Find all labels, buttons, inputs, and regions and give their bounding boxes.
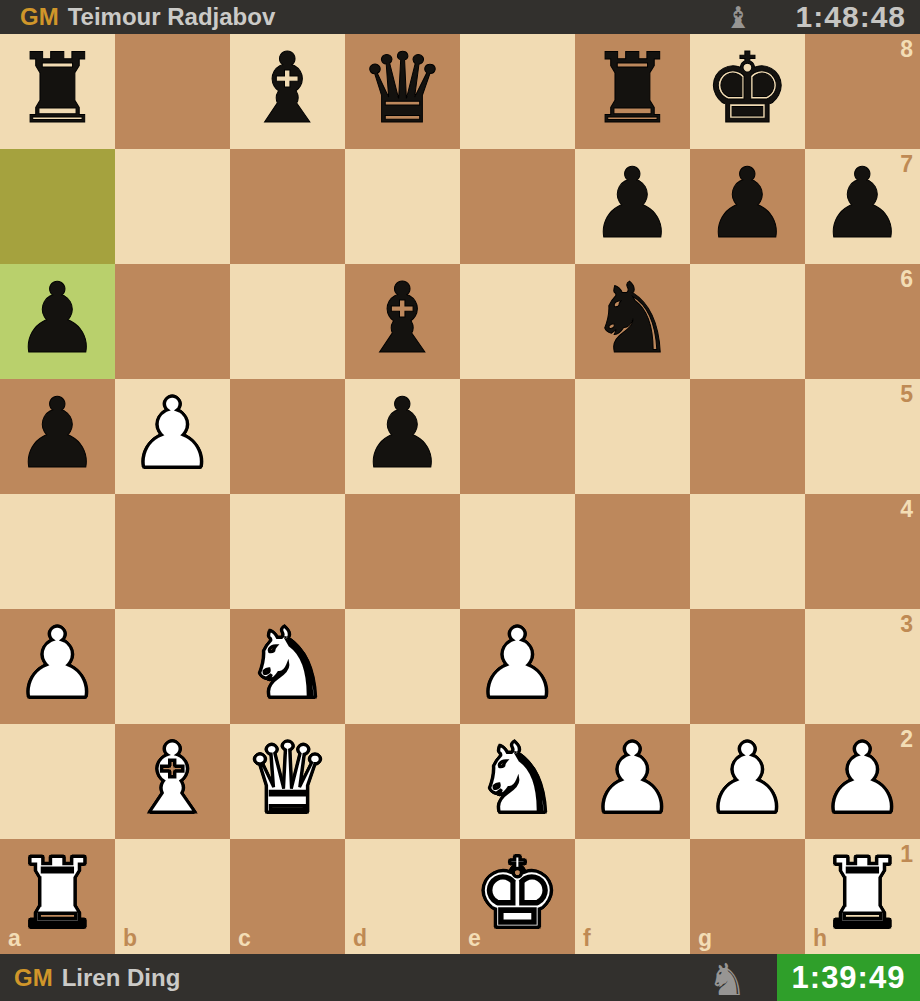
square-c3[interactable]: ♞	[230, 609, 345, 724]
square-d2[interactable]	[345, 724, 460, 839]
square-g2[interactable]: ♟	[690, 724, 805, 839]
square-c2[interactable]: ♛	[230, 724, 345, 839]
coord-rank-3: 3	[900, 613, 913, 636]
white-pawn[interactable]: ♟	[819, 730, 906, 827]
square-g5[interactable]	[690, 379, 805, 494]
player-clock: 1:39:49	[777, 954, 920, 1001]
square-f8[interactable]: ♜	[575, 34, 690, 149]
square-f7[interactable]: ♟	[575, 149, 690, 264]
white-queen[interactable]: ♛	[244, 730, 331, 827]
square-e5[interactable]	[460, 379, 575, 494]
white-pawn[interactable]: ♟	[704, 730, 791, 827]
gm-title-badge-bottom: GM	[14, 964, 53, 992]
square-g4[interactable]	[690, 494, 805, 609]
white-rook[interactable]: ♜	[819, 845, 906, 942]
square-f5[interactable]	[575, 379, 690, 494]
black-rook[interactable]: ♜	[14, 40, 101, 137]
square-h6[interactable]: 6	[805, 264, 920, 379]
coord-file-h: h	[813, 927, 827, 950]
square-b5[interactable]: ♟	[115, 379, 230, 494]
square-f2[interactable]: ♟	[575, 724, 690, 839]
square-a8[interactable]: ♜	[0, 34, 115, 149]
square-e4[interactable]	[460, 494, 575, 609]
black-pawn[interactable]: ♟	[14, 270, 101, 367]
square-e6[interactable]	[460, 264, 575, 379]
black-queen[interactable]: ♛	[359, 40, 446, 137]
black-bishop[interactable]: ♝	[359, 270, 446, 367]
white-pawn[interactable]: ♟	[129, 385, 216, 482]
coord-file-e: e	[468, 927, 481, 950]
square-f3[interactable]	[575, 609, 690, 724]
white-knight[interactable]: ♞	[244, 615, 331, 712]
black-rook[interactable]: ♜	[589, 40, 676, 137]
square-e3[interactable]: ♟	[460, 609, 575, 724]
white-pawn[interactable]: ♟	[589, 730, 676, 827]
square-b8[interactable]	[115, 34, 230, 149]
black-pawn[interactable]: ♟	[14, 385, 101, 482]
square-a4[interactable]	[0, 494, 115, 609]
square-d4[interactable]	[345, 494, 460, 609]
coord-rank-7: 7	[900, 153, 913, 176]
square-f6[interactable]: ♞	[575, 264, 690, 379]
coord-file-c: c	[238, 927, 251, 950]
white-rook[interactable]: ♜	[14, 845, 101, 942]
square-c5[interactable]	[230, 379, 345, 494]
square-b7[interactable]	[115, 149, 230, 264]
player-bar: GM Liren Ding ♞ 1:39:49	[0, 954, 920, 1001]
square-d3[interactable]	[345, 609, 460, 724]
square-c6[interactable]	[230, 264, 345, 379]
black-pawn[interactable]: ♟	[819, 155, 906, 252]
square-g3[interactable]	[690, 609, 805, 724]
white-king[interactable]: ♚	[474, 845, 561, 942]
white-bishop[interactable]: ♝	[129, 730, 216, 827]
square-c7[interactable]	[230, 149, 345, 264]
square-h3[interactable]: 3	[805, 609, 920, 724]
coord-rank-2: 2	[900, 728, 913, 751]
square-h4[interactable]: 4	[805, 494, 920, 609]
black-pawn[interactable]: ♟	[704, 155, 791, 252]
coord-rank-5: 5	[900, 383, 913, 406]
square-a1[interactable]: ♜a	[0, 839, 115, 954]
coord-file-f: f	[583, 927, 591, 950]
black-knight[interactable]: ♞	[589, 270, 676, 367]
coord-file-b: b	[123, 927, 137, 950]
square-a7[interactable]	[0, 149, 115, 264]
square-a6[interactable]: ♟	[0, 264, 115, 379]
black-king[interactable]: ♚	[704, 40, 791, 137]
square-h5[interactable]: 5	[805, 379, 920, 494]
coord-file-d: d	[353, 927, 367, 950]
square-h7[interactable]: ♟7	[805, 149, 920, 264]
coord-file-g: g	[698, 927, 712, 950]
square-e8[interactable]	[460, 34, 575, 149]
square-d8[interactable]: ♛	[345, 34, 460, 149]
chess-board: ♜♝♛♜♚8♟♟♟7♟♝♞6♟♟♟54♟♞♟3♝♛♞♟♟♟2♜abcd♚efg♜…	[0, 34, 920, 954]
square-d7[interactable]	[345, 149, 460, 264]
white-knight[interactable]: ♞	[474, 730, 561, 827]
black-pawn[interactable]: ♟	[589, 155, 676, 252]
black-pawn[interactable]: ♟	[359, 385, 446, 482]
square-f1[interactable]: f	[575, 839, 690, 954]
square-h1[interactable]: ♜1h	[805, 839, 920, 954]
square-a5[interactable]: ♟	[0, 379, 115, 494]
square-d5[interactable]: ♟	[345, 379, 460, 494]
square-e7[interactable]	[460, 149, 575, 264]
square-a3[interactable]: ♟	[0, 609, 115, 724]
white-pawn[interactable]: ♟	[474, 615, 561, 712]
coord-rank-4: 4	[900, 498, 913, 521]
square-g7[interactable]: ♟	[690, 149, 805, 264]
knight-icon: ♞	[708, 958, 747, 1001]
square-b4[interactable]	[115, 494, 230, 609]
square-b2[interactable]: ♝	[115, 724, 230, 839]
square-d1[interactable]: d	[345, 839, 460, 954]
square-b1[interactable]: b	[115, 839, 230, 954]
square-c8[interactable]: ♝	[230, 34, 345, 149]
square-f4[interactable]	[575, 494, 690, 609]
coord-rank-6: 6	[900, 268, 913, 291]
square-h2[interactable]: ♟2	[805, 724, 920, 839]
white-pawn[interactable]: ♟	[14, 615, 101, 712]
black-bishop[interactable]: ♝	[244, 40, 331, 137]
square-g1[interactable]: g	[690, 839, 805, 954]
game-window: GM Teimour Radjabov ♝ 1:48:48 ♜♝♛♜♚8♟♟♟7…	[0, 0, 920, 1001]
square-c4[interactable]	[230, 494, 345, 609]
opponent-name: Teimour Radjabov	[68, 3, 276, 31]
bishop-icon: ♝	[725, 3, 752, 33]
player-name: Liren Ding	[62, 964, 181, 992]
square-g6[interactable]	[690, 264, 805, 379]
square-g8[interactable]: ♚	[690, 34, 805, 149]
square-e1[interactable]: ♚e	[460, 839, 575, 954]
gm-title-badge-top: GM	[20, 3, 59, 31]
square-b3[interactable]	[115, 609, 230, 724]
square-e2[interactable]: ♞	[460, 724, 575, 839]
square-h8[interactable]: 8	[805, 34, 920, 149]
coord-rank-8: 8	[900, 38, 913, 61]
coord-file-a: a	[8, 927, 21, 950]
opponent-bar: GM Teimour Radjabov ♝ 1:48:48	[0, 0, 920, 34]
opponent-clock: 1:48:48	[796, 0, 906, 34]
square-d6[interactable]: ♝	[345, 264, 460, 379]
square-c1[interactable]: c	[230, 839, 345, 954]
coord-rank-1: 1	[900, 843, 913, 866]
square-a2[interactable]	[0, 724, 115, 839]
square-b6[interactable]	[115, 264, 230, 379]
